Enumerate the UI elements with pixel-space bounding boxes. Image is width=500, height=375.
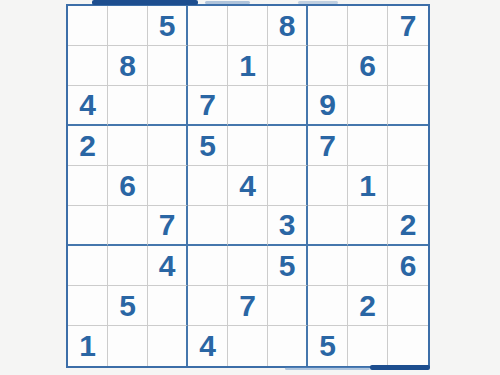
- bottom-edge-faint-smudge: [285, 367, 370, 370]
- cell-r6c4[interactable]: [188, 206, 228, 246]
- cell-r9c1: 1: [68, 326, 108, 366]
- cell-r9c2[interactable]: [108, 326, 148, 366]
- given-digit: 6: [119, 171, 136, 201]
- given-digit: 8: [279, 11, 296, 41]
- cell-r4c3[interactable]: [148, 126, 188, 166]
- cell-r2c5: 1: [228, 46, 268, 86]
- cell-r9c8[interactable]: [348, 326, 388, 366]
- cell-r1c2[interactable]: [108, 6, 148, 46]
- given-digit: 4: [239, 171, 256, 201]
- page-background: 587816479257641732456572145: [0, 0, 500, 375]
- cell-r3c1: 4: [68, 86, 108, 126]
- given-digit: 9: [319, 90, 336, 120]
- given-digit: 7: [239, 291, 256, 321]
- cell-r6c7[interactable]: [308, 206, 348, 246]
- cell-r7c9: 6: [388, 246, 428, 286]
- cell-r7c3: 4: [148, 246, 188, 286]
- cell-r4c4: 5: [188, 126, 228, 166]
- cell-r9c3[interactable]: [148, 326, 188, 366]
- given-digit: 4: [159, 251, 176, 281]
- cell-r6c2[interactable]: [108, 206, 148, 246]
- cell-r5c5: 4: [228, 166, 268, 206]
- cell-r7c2[interactable]: [108, 246, 148, 286]
- cell-r3c6[interactable]: [268, 86, 308, 126]
- cell-r5c6[interactable]: [268, 166, 308, 206]
- given-digit: 2: [400, 210, 417, 240]
- cell-r1c7[interactable]: [308, 6, 348, 46]
- top-edge-ink-smudge: [92, 0, 198, 5]
- cell-r1c4[interactable]: [188, 6, 228, 46]
- cell-r8c8: 2: [348, 286, 388, 326]
- cell-r6c5[interactable]: [228, 206, 268, 246]
- cell-r2c6[interactable]: [268, 46, 308, 86]
- given-digit: 3: [279, 210, 296, 240]
- cell-r2c1[interactable]: [68, 46, 108, 86]
- cell-r1c5[interactable]: [228, 6, 268, 46]
- given-digit: 5: [159, 11, 176, 41]
- cell-r5c9[interactable]: [388, 166, 428, 206]
- cell-r1c6: 8: [268, 6, 308, 46]
- sudoku-board: 587816479257641732456572145: [66, 4, 430, 368]
- cell-r8c2: 5: [108, 286, 148, 326]
- cell-r9c5[interactable]: [228, 326, 268, 366]
- cell-r4c8[interactable]: [348, 126, 388, 166]
- cell-r5c1[interactable]: [68, 166, 108, 206]
- cell-r2c7[interactable]: [308, 46, 348, 86]
- cell-r7c5[interactable]: [228, 246, 268, 286]
- cell-r7c8[interactable]: [348, 246, 388, 286]
- top-edge-faint-smudge-2: [298, 1, 338, 4]
- given-digit: 2: [359, 291, 376, 321]
- given-digit: 1: [359, 171, 376, 201]
- cell-r9c6[interactable]: [268, 326, 308, 366]
- cell-r7c1[interactable]: [68, 246, 108, 286]
- given-digit: 7: [319, 131, 336, 161]
- given-digit: 7: [159, 210, 176, 240]
- cell-r5c7[interactable]: [308, 166, 348, 206]
- cell-r7c4[interactable]: [188, 246, 228, 286]
- cell-r1c9: 7: [388, 6, 428, 46]
- cell-r9c9[interactable]: [388, 326, 428, 366]
- cell-r6c8[interactable]: [348, 206, 388, 246]
- cell-r4c6[interactable]: [268, 126, 308, 166]
- given-digit: 6: [359, 51, 376, 81]
- cell-r7c7[interactable]: [308, 246, 348, 286]
- cell-r5c8: 1: [348, 166, 388, 206]
- given-digit: 5: [199, 131, 216, 161]
- bottom-edge-ink-smudge: [370, 365, 430, 370]
- cell-r4c9[interactable]: [388, 126, 428, 166]
- cell-r3c9[interactable]: [388, 86, 428, 126]
- cell-r2c9[interactable]: [388, 46, 428, 86]
- cell-r7c6: 5: [268, 246, 308, 286]
- cell-r6c6: 3: [268, 206, 308, 246]
- given-digit: 5: [319, 331, 336, 361]
- cell-r5c3[interactable]: [148, 166, 188, 206]
- cell-r3c2[interactable]: [108, 86, 148, 126]
- cell-r5c4[interactable]: [188, 166, 228, 206]
- given-digit: 5: [119, 291, 136, 321]
- cell-r1c3: 5: [148, 6, 188, 46]
- top-edge-faint-smudge: [205, 1, 250, 4]
- cell-r1c1[interactable]: [68, 6, 108, 46]
- cell-r3c7: 9: [308, 86, 348, 126]
- cell-r4c5[interactable]: [228, 126, 268, 166]
- cell-r2c8: 6: [348, 46, 388, 86]
- cell-r8c9[interactable]: [388, 286, 428, 326]
- cell-r8c4[interactable]: [188, 286, 228, 326]
- cell-r8c6[interactable]: [268, 286, 308, 326]
- given-digit: 6: [400, 251, 417, 281]
- given-digit: 7: [400, 11, 417, 41]
- cell-r8c3[interactable]: [148, 286, 188, 326]
- cell-r3c5[interactable]: [228, 86, 268, 126]
- given-digit: 7: [199, 90, 216, 120]
- cell-r8c7[interactable]: [308, 286, 348, 326]
- cell-r6c1[interactable]: [68, 206, 108, 246]
- given-digit: 2: [79, 131, 96, 161]
- cell-r6c9: 2: [388, 206, 428, 246]
- cell-r9c4: 4: [188, 326, 228, 366]
- given-digit: 4: [79, 90, 96, 120]
- given-digit: 8: [119, 51, 136, 81]
- given-digit: 1: [79, 331, 96, 361]
- cell-r2c3[interactable]: [148, 46, 188, 86]
- cell-r4c1: 2: [68, 126, 108, 166]
- cell-r9c7: 5: [308, 326, 348, 366]
- cell-r3c4: 7: [188, 86, 228, 126]
- cell-r3c8[interactable]: [348, 86, 388, 126]
- cell-r4c7: 7: [308, 126, 348, 166]
- cell-r2c4[interactable]: [188, 46, 228, 86]
- given-digit: 5: [279, 251, 296, 281]
- cell-r8c5: 7: [228, 286, 268, 326]
- cell-r4c2[interactable]: [108, 126, 148, 166]
- given-digit: 4: [199, 331, 216, 361]
- cell-r8c1[interactable]: [68, 286, 108, 326]
- cell-r1c8[interactable]: [348, 6, 388, 46]
- cell-r5c2: 6: [108, 166, 148, 206]
- cell-r3c3[interactable]: [148, 86, 188, 126]
- given-digit: 1: [239, 51, 256, 81]
- cell-r6c3: 7: [148, 206, 188, 246]
- cell-r2c2: 8: [108, 46, 148, 86]
